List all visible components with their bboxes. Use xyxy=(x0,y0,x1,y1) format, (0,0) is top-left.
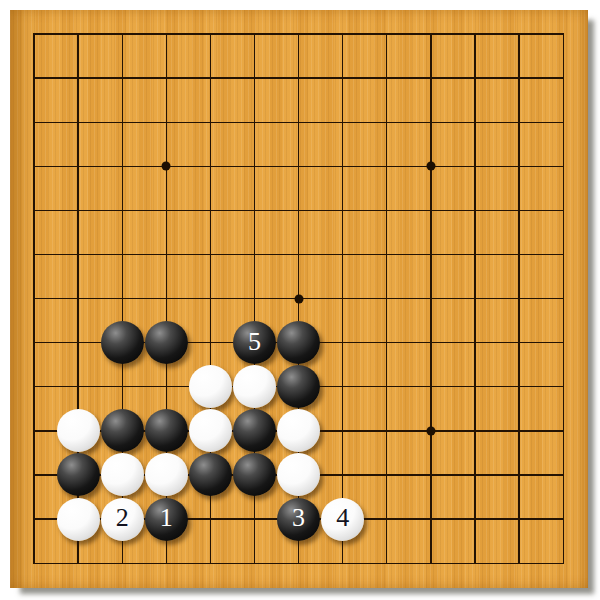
board-intersection[interactable] xyxy=(144,12,188,56)
board-intersection[interactable] xyxy=(188,232,232,276)
board-intersection[interactable] xyxy=(12,277,56,321)
board-intersection[interactable] xyxy=(409,232,453,276)
board-intersection[interactable] xyxy=(365,321,409,365)
board-intersection[interactable] xyxy=(453,277,497,321)
board-intersection[interactable] xyxy=(144,144,188,188)
board-intersection[interactable] xyxy=(541,100,585,144)
board-intersection[interactable] xyxy=(188,188,232,232)
move-number-label: 4 xyxy=(336,505,349,531)
board-intersection[interactable] xyxy=(277,365,321,409)
board-intersection[interactable] xyxy=(100,277,144,321)
board-intersection[interactable] xyxy=(277,232,321,276)
board-intersection[interactable] xyxy=(453,541,497,585)
board-intersection[interactable] xyxy=(232,232,276,276)
board-intersection[interactable] xyxy=(12,453,56,497)
board-intersection[interactable] xyxy=(100,541,144,585)
board-intersection[interactable] xyxy=(453,144,497,188)
board-intersection[interactable] xyxy=(144,232,188,276)
board-intersection[interactable] xyxy=(188,541,232,585)
board-intersection[interactable] xyxy=(188,497,232,541)
board-intersection[interactable] xyxy=(409,321,453,365)
board-intersection[interactable] xyxy=(56,232,100,276)
board-intersection[interactable] xyxy=(497,409,541,453)
board-intersection[interactable] xyxy=(277,144,321,188)
move-number-label: 1 xyxy=(160,505,173,531)
board-cells: 52134 xyxy=(12,12,585,585)
board-intersection[interactable]: 1 xyxy=(144,497,188,541)
black-stone xyxy=(57,453,100,496)
board-intersection[interactable] xyxy=(232,188,276,232)
board-intersection[interactable] xyxy=(453,365,497,409)
board-intersection[interactable] xyxy=(365,497,409,541)
white-stone xyxy=(57,409,100,452)
board-intersection[interactable] xyxy=(453,497,497,541)
board-intersection[interactable] xyxy=(365,100,409,144)
board-intersection[interactable] xyxy=(409,277,453,321)
board-intersection[interactable] xyxy=(144,100,188,144)
board-intersection[interactable] xyxy=(321,100,365,144)
board-intersection[interactable] xyxy=(497,365,541,409)
board-intersection[interactable] xyxy=(56,541,100,585)
board-intersection[interactable] xyxy=(100,188,144,232)
board-intersection[interactable] xyxy=(232,12,276,56)
board-intersection[interactable] xyxy=(365,144,409,188)
board-intersection[interactable] xyxy=(100,12,144,56)
board-intersection[interactable] xyxy=(56,409,100,453)
board-intersection[interactable] xyxy=(12,56,56,100)
board-intersection[interactable] xyxy=(144,188,188,232)
board-intersection[interactable] xyxy=(321,453,365,497)
board-intersection[interactable] xyxy=(321,409,365,453)
board-intersection[interactable] xyxy=(321,56,365,100)
board-intersection[interactable]: 2 xyxy=(100,497,144,541)
board-intersection[interactable] xyxy=(409,453,453,497)
board-intersection[interactable] xyxy=(144,365,188,409)
board-intersection[interactable] xyxy=(188,12,232,56)
board-intersection[interactable] xyxy=(409,144,453,188)
board-intersection[interactable] xyxy=(144,56,188,100)
move-number-label: 3 xyxy=(292,505,305,531)
board-intersection[interactable] xyxy=(365,12,409,56)
board-intersection[interactable] xyxy=(12,541,56,585)
board-intersection[interactable] xyxy=(100,100,144,144)
white-stone xyxy=(277,453,320,496)
board-intersection[interactable] xyxy=(365,365,409,409)
board-intersection[interactable] xyxy=(541,321,585,365)
board-intersection[interactable] xyxy=(12,232,56,276)
black-stone: 3 xyxy=(277,498,320,541)
board-intersection[interactable] xyxy=(232,277,276,321)
board-intersection[interactable]: 5 xyxy=(232,321,276,365)
board-intersection[interactable] xyxy=(541,56,585,100)
white-stone xyxy=(277,409,320,452)
board-intersection[interactable] xyxy=(144,321,188,365)
board-intersection[interactable] xyxy=(188,277,232,321)
board-intersection[interactable] xyxy=(12,12,56,56)
board-intersection[interactable] xyxy=(232,365,276,409)
board-intersection[interactable] xyxy=(188,365,232,409)
board-intersection[interactable] xyxy=(365,453,409,497)
black-stone xyxy=(277,365,320,408)
board-intersection[interactable]: 4 xyxy=(321,497,365,541)
board-intersection[interactable] xyxy=(277,100,321,144)
board-intersection[interactable] xyxy=(188,100,232,144)
board-intersection[interactable] xyxy=(100,232,144,276)
board-intersection[interactable] xyxy=(56,497,100,541)
board-intersection[interactable] xyxy=(321,321,365,365)
board-intersection[interactable] xyxy=(56,56,100,100)
board-intersection[interactable] xyxy=(56,453,100,497)
board-intersection[interactable] xyxy=(277,321,321,365)
board-intersection[interactable] xyxy=(497,188,541,232)
board-intersection[interactable] xyxy=(56,188,100,232)
board-intersection[interactable] xyxy=(541,144,585,188)
board-intersection[interactable] xyxy=(497,144,541,188)
board-intersection[interactable] xyxy=(232,497,276,541)
board-intersection[interactable] xyxy=(56,277,100,321)
board-intersection[interactable] xyxy=(453,12,497,56)
black-stone xyxy=(101,321,144,364)
board-intersection[interactable] xyxy=(100,365,144,409)
board-intersection[interactable] xyxy=(497,100,541,144)
board-intersection[interactable] xyxy=(453,321,497,365)
board-intersection[interactable] xyxy=(232,453,276,497)
board-intersection[interactable] xyxy=(321,144,365,188)
board-intersection[interactable] xyxy=(12,409,56,453)
board-intersection[interactable] xyxy=(365,56,409,100)
board-intersection[interactable] xyxy=(188,453,232,497)
board-intersection[interactable] xyxy=(56,100,100,144)
board-intersection[interactable] xyxy=(277,277,321,321)
board-intersection[interactable] xyxy=(541,409,585,453)
black-stone xyxy=(233,409,276,452)
board-intersection[interactable] xyxy=(365,232,409,276)
board-intersection[interactable] xyxy=(365,188,409,232)
board-intersection[interactable] xyxy=(321,365,365,409)
board-intersection[interactable] xyxy=(409,12,453,56)
board-intersection[interactable] xyxy=(541,365,585,409)
board-intersection[interactable] xyxy=(321,541,365,585)
white-stone xyxy=(57,498,100,541)
board-intersection[interactable] xyxy=(100,453,144,497)
white-stone xyxy=(233,365,276,408)
board-intersection[interactable] xyxy=(188,321,232,365)
board-intersection[interactable] xyxy=(409,409,453,453)
board-intersection[interactable] xyxy=(56,365,100,409)
black-stone: 1 xyxy=(145,498,188,541)
board-intersection[interactable] xyxy=(277,541,321,585)
white-stone xyxy=(101,453,144,496)
black-stone xyxy=(189,453,232,496)
board-intersection[interactable] xyxy=(541,188,585,232)
board-intersection[interactable] xyxy=(541,453,585,497)
board-intersection[interactable] xyxy=(321,12,365,56)
board-intersection[interactable] xyxy=(12,497,56,541)
board-intersection[interactable] xyxy=(409,541,453,585)
board-intersection[interactable] xyxy=(188,409,232,453)
board-intersection[interactable] xyxy=(453,232,497,276)
board-intersection[interactable] xyxy=(453,56,497,100)
board-intersection[interactable] xyxy=(188,144,232,188)
board-intersection[interactable] xyxy=(277,409,321,453)
board-intersection[interactable] xyxy=(144,409,188,453)
board-intersection[interactable] xyxy=(365,277,409,321)
board-intersection[interactable] xyxy=(144,541,188,585)
board-intersection[interactable] xyxy=(497,321,541,365)
board-intersection[interactable] xyxy=(453,409,497,453)
board-intersection[interactable] xyxy=(232,541,276,585)
board-intersection[interactable] xyxy=(56,12,100,56)
board-intersection[interactable] xyxy=(100,56,144,100)
board-intersection[interactable] xyxy=(541,232,585,276)
board-intersection[interactable] xyxy=(56,144,100,188)
board-intersection[interactable] xyxy=(409,56,453,100)
board-intersection[interactable] xyxy=(497,453,541,497)
board-intersection[interactable] xyxy=(497,12,541,56)
black-stone xyxy=(277,321,320,364)
board-intersection[interactable] xyxy=(453,100,497,144)
board-intersection[interactable] xyxy=(232,100,276,144)
black-stone xyxy=(145,321,188,364)
white-stone xyxy=(189,409,232,452)
board-intersection[interactable] xyxy=(100,144,144,188)
board-intersection[interactable] xyxy=(453,188,497,232)
board-intersection[interactable] xyxy=(541,497,585,541)
board-intersection[interactable] xyxy=(321,277,365,321)
board-intersection[interactable] xyxy=(232,144,276,188)
black-stone: 5 xyxy=(233,321,276,364)
board-intersection[interactable] xyxy=(321,232,365,276)
board-intersection[interactable] xyxy=(100,321,144,365)
board-intersection[interactable] xyxy=(144,277,188,321)
board-intersection[interactable] xyxy=(100,409,144,453)
board-intersection[interactable] xyxy=(12,321,56,365)
board-intersection[interactable] xyxy=(188,56,232,100)
board-intersection[interactable] xyxy=(409,188,453,232)
board-intersection[interactable] xyxy=(409,100,453,144)
board-intersection[interactable] xyxy=(409,497,453,541)
board-intersection[interactable] xyxy=(453,453,497,497)
board-intersection[interactable] xyxy=(277,453,321,497)
board-intersection[interactable] xyxy=(12,144,56,188)
board-intersection[interactable] xyxy=(365,409,409,453)
board-intersection[interactable] xyxy=(497,56,541,100)
board-intersection[interactable] xyxy=(497,232,541,276)
black-stone xyxy=(101,409,144,452)
board-intersection[interactable] xyxy=(277,12,321,56)
board-intersection[interactable] xyxy=(541,277,585,321)
board-intersection[interactable] xyxy=(409,365,453,409)
white-stone: 2 xyxy=(101,498,144,541)
board-intersection[interactable] xyxy=(541,541,585,585)
white-stone: 4 xyxy=(321,498,364,541)
board-intersection[interactable] xyxy=(277,188,321,232)
board-intersection[interactable] xyxy=(497,541,541,585)
board-intersection[interactable] xyxy=(12,365,56,409)
white-stone xyxy=(145,453,188,496)
board-intersection[interactable] xyxy=(56,321,100,365)
board-intersection[interactable]: 3 xyxy=(277,497,321,541)
move-number-label: 5 xyxy=(248,329,261,355)
board-intersection[interactable] xyxy=(497,277,541,321)
white-stone xyxy=(189,365,232,408)
board-intersection[interactable] xyxy=(232,56,276,100)
move-number-label: 2 xyxy=(116,505,129,531)
board-intersection[interactable] xyxy=(497,497,541,541)
board-intersection[interactable] xyxy=(12,188,56,232)
board-intersection[interactable] xyxy=(232,409,276,453)
black-stone xyxy=(233,453,276,496)
page-background: 52134 xyxy=(0,0,600,600)
black-stone xyxy=(145,409,188,452)
board-intersection[interactable] xyxy=(541,12,585,56)
go-board: 52134 xyxy=(10,10,588,588)
board-intersection[interactable] xyxy=(277,56,321,100)
board-intersection[interactable] xyxy=(144,453,188,497)
board-intersection[interactable] xyxy=(321,188,365,232)
board-intersection[interactable] xyxy=(365,541,409,585)
board-intersection[interactable] xyxy=(12,100,56,144)
